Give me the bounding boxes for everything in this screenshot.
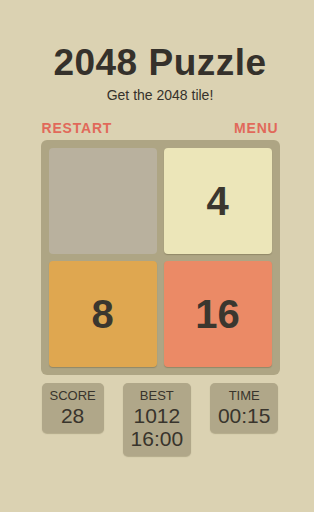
score-value: 28 (50, 404, 96, 427)
page-subtitle: Get the 2048 tile! (7, 87, 314, 103)
score-box: SCORE 28 (42, 383, 104, 433)
best-time-value: 16:00 (131, 427, 184, 450)
tile-r1c0-8: 8 (49, 261, 157, 367)
tile-r1c1-16: 16 (164, 261, 272, 367)
tile-r0c1-4: 4 (164, 148, 272, 254)
menu-row: RESTART MENU (42, 120, 279, 136)
time-box: TIME 00:15 (210, 383, 279, 433)
best-score-value: 1012 (131, 404, 184, 427)
app-screen: 2048 Puzzle Get the 2048 tile! RESTART M… (7, 0, 314, 512)
page-title: 2048 Puzzle (7, 42, 314, 83)
menu-button[interactable]: MENU (234, 120, 278, 136)
best-box: BEST 1012 16:00 (123, 383, 192, 456)
stats-row: SCORE 28 BEST 1012 16:00 TIME 00:15 (42, 383, 279, 456)
time-value: 00:15 (218, 404, 271, 427)
game-board[interactable]: 4 8 16 (41, 140, 280, 375)
score-label: SCORE (50, 388, 96, 404)
tile-r0c0-empty (49, 148, 157, 254)
best-label: BEST (131, 388, 184, 404)
time-label: TIME (218, 388, 271, 404)
restart-button[interactable]: RESTART (42, 120, 113, 136)
